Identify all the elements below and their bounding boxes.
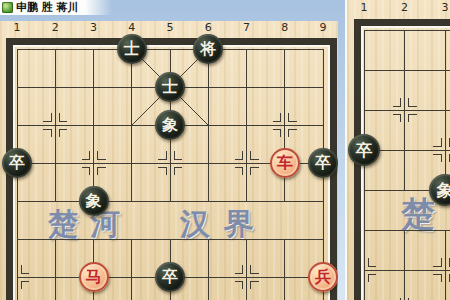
piece-black-卒[interactable]: 卒 xyxy=(155,262,185,292)
piece-red-车[interactable]: 车 xyxy=(270,148,300,178)
piece-black-卒[interactable]: 卒 xyxy=(2,148,32,178)
piece-black-士[interactable]: 士 xyxy=(155,72,185,102)
piece-black-象[interactable]: 象 xyxy=(155,110,185,140)
piece-black-卒[interactable]: 卒 xyxy=(308,148,338,178)
window-titlebar[interactable]: 申鹏 胜 蒋川 xyxy=(0,0,112,15)
window-title: 申鹏 胜 蒋川 xyxy=(16,0,79,15)
piece-red-兵[interactable]: 兵 xyxy=(308,262,338,292)
secondary-board[interactable]: 楚 123卒象 xyxy=(345,0,450,300)
main-board[interactable]: 楚河 汉界 123456789士将士象卒车卒象马卒兵 xyxy=(0,21,338,300)
piece-black-卒[interactable]: 卒 xyxy=(348,134,380,166)
desktop: { "game": "xiangqi", "position": "3a1k3/… xyxy=(0,0,450,300)
piece-black-士[interactable]: 士 xyxy=(117,34,147,64)
piece-black-象[interactable]: 象 xyxy=(79,186,109,216)
app-icon xyxy=(2,2,13,13)
piece-red-马[interactable]: 马 xyxy=(79,262,109,292)
